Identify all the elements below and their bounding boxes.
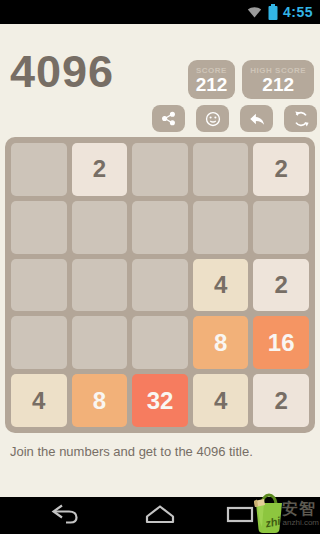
watermark: zhi 安智 anzhi.com xyxy=(242,492,320,534)
cell-r3-c1-empty xyxy=(11,259,67,312)
cell-r3-c4-tile-4: 4 xyxy=(193,259,249,312)
board-grid[interactable]: 2242816483242 xyxy=(5,137,315,433)
cell-r5-c4-tile-4: 4 xyxy=(193,374,249,427)
home-button[interactable] xyxy=(132,497,188,534)
cell-r3-c5-tile-2: 2 xyxy=(253,259,309,312)
cell-r4-c4-tile-8: 8 xyxy=(193,316,249,369)
score-box: SCORE 212 xyxy=(188,60,236,99)
smiley-icon xyxy=(204,110,222,128)
score-panel: SCORE 212 HIGH SCORE 212 xyxy=(188,60,314,99)
back-button[interactable] xyxy=(37,497,93,534)
share-button[interactable] xyxy=(152,105,185,132)
instruction-text: Join the numbers and get to the 4096 tit… xyxy=(10,444,253,459)
cell-r1-c4-empty xyxy=(193,143,249,196)
back-icon xyxy=(50,503,80,528)
undo-button[interactable] xyxy=(240,105,273,132)
navigation-bar: zhi 安智 anzhi.com xyxy=(0,497,320,534)
cell-r5-c1-tile-4: 4 xyxy=(11,374,67,427)
high-score-value: 212 xyxy=(262,75,294,95)
share-icon xyxy=(160,110,177,127)
cell-r1-c3-empty xyxy=(132,143,188,196)
restart-icon xyxy=(292,110,310,128)
cell-r1-c1-empty xyxy=(11,143,67,196)
cell-r3-c2-empty xyxy=(72,259,128,312)
cell-r1-c2-tile-2: 2 xyxy=(72,143,128,196)
score-value: 212 xyxy=(196,75,228,95)
cell-r2-c1-empty xyxy=(11,201,67,254)
restart-button[interactable] xyxy=(284,105,317,132)
undo-icon xyxy=(248,110,266,128)
cell-r2-c2-empty xyxy=(72,201,128,254)
cell-r4-c3-empty xyxy=(132,316,188,369)
watermark-brand: 安智 xyxy=(282,501,319,517)
status-bar: 4:55 xyxy=(0,0,320,24)
cell-r2-c3-empty xyxy=(132,201,188,254)
cell-r2-c5-empty xyxy=(253,201,309,254)
toolbar xyxy=(152,105,317,132)
wifi-icon xyxy=(246,5,263,19)
cell-r4-c5-tile-16: 16 xyxy=(253,316,309,369)
cell-r3-c3-empty xyxy=(132,259,188,312)
cell-r5-c5-tile-2: 2 xyxy=(253,374,309,427)
status-clock: 4:55 xyxy=(283,4,313,20)
high-score-box: HIGH SCORE 212 xyxy=(242,60,314,99)
cell-r4-c2-empty xyxy=(72,316,128,369)
page-title: 4096 xyxy=(10,46,114,98)
home-icon xyxy=(144,504,176,527)
cell-r2-c4-empty xyxy=(193,201,249,254)
cell-r1-c5-tile-2: 2 xyxy=(253,143,309,196)
battery-icon xyxy=(268,4,278,20)
screen: 4:55 4096 SCORE 212 HIGH SCORE 212 xyxy=(0,0,320,534)
watermark-domain: anzhi.com xyxy=(283,518,319,527)
cell-r4-c1-empty xyxy=(11,316,67,369)
cell-r5-c2-tile-8: 8 xyxy=(72,374,128,427)
cell-r5-c3-tile-32: 32 xyxy=(132,374,188,427)
feedback-button[interactable] xyxy=(196,105,229,132)
